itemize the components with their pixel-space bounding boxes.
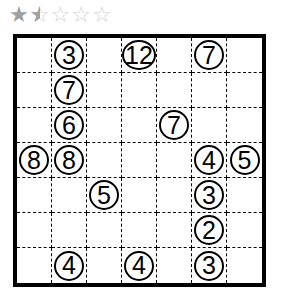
clue-circle: 12: [122, 40, 156, 70]
grid-cell-r4c4[interactable]: [157, 178, 192, 213]
grid-cell-r0c6[interactable]: [227, 38, 262, 73]
grid-cell-r4c1[interactable]: [52, 178, 87, 213]
grid-cell-r3c5: 4: [192, 143, 227, 178]
grid-cell-r5c5: 2: [192, 213, 227, 248]
grid-cell-r0c2[interactable]: [87, 38, 122, 73]
clue-circle: 5: [89, 180, 119, 210]
grid-cell-r3c6: 5: [227, 143, 262, 178]
clue-circle: 4: [124, 251, 154, 281]
star-half-icon: ☆★: [30, 4, 51, 26]
grid-cell-r6c4[interactable]: [157, 248, 192, 283]
grid-cell-r0c5: 7: [192, 38, 227, 73]
grid-cell-r5c3[interactable]: [122, 213, 157, 248]
grid-cell-r2c2[interactable]: [87, 108, 122, 143]
grid-cell-r6c1: 4: [52, 248, 87, 283]
grid-cell-r0c1: 3: [52, 38, 87, 73]
grid-cell-r5c6[interactable]: [227, 213, 262, 248]
grid-cell-r2c5[interactable]: [192, 108, 227, 143]
puzzle-grid: 31277678845532443: [17, 38, 262, 283]
clue-circle: 8: [19, 145, 49, 175]
grid-cell-r4c3[interactable]: [122, 178, 157, 213]
grid-cell-r6c6[interactable]: [227, 248, 262, 283]
grid-cell-r6c2[interactable]: [87, 248, 122, 283]
grid-cell-r3c3[interactable]: [122, 143, 157, 178]
grid-cell-r5c4[interactable]: [157, 213, 192, 248]
star-filled-icon: ★: [9, 4, 30, 26]
clue-circle: 7: [54, 75, 84, 105]
clue-circle: 7: [159, 110, 189, 140]
grid-cell-r2c1: 6: [52, 108, 87, 143]
grid-cell-r2c4: 7: [157, 108, 192, 143]
difficulty-rating: ★☆★☆☆☆: [0, 0, 282, 30]
grid-cell-r4c2: 5: [87, 178, 122, 213]
clue-circle: 2: [194, 215, 224, 245]
grid-cell-r6c3: 4: [122, 248, 157, 283]
grid-cell-r1c2[interactable]: [87, 73, 122, 108]
grid-cell-r1c4[interactable]: [157, 73, 192, 108]
grid-cell-r1c3[interactable]: [122, 73, 157, 108]
grid-cell-r3c2[interactable]: [87, 143, 122, 178]
grid-cell-r3c0: 8: [17, 143, 52, 178]
grid-cell-r1c6[interactable]: [227, 73, 262, 108]
grid-cell-r0c4[interactable]: [157, 38, 192, 73]
clue-circle: 5: [230, 145, 260, 175]
grid-cell-r0c0[interactable]: [17, 38, 52, 73]
clue-circle: 8: [54, 145, 84, 175]
grid-cell-r1c0[interactable]: [17, 73, 52, 108]
grid-cell-r4c6[interactable]: [227, 178, 262, 213]
grid-cell-r3c1: 8: [52, 143, 87, 178]
grid-cell-r6c5: 3: [192, 248, 227, 283]
grid-cell-r6c0[interactable]: [17, 248, 52, 283]
clue-circle: 3: [54, 40, 84, 70]
grid-cell-r4c5: 3: [192, 178, 227, 213]
grid-cell-r2c3[interactable]: [122, 108, 157, 143]
puzzle-board: 31277678845532443: [13, 34, 266, 287]
grid-cell-r0c3: 12: [122, 38, 157, 73]
clue-circle: 6: [54, 110, 84, 140]
grid-cell-r5c1[interactable]: [52, 213, 87, 248]
clue-circle: 4: [194, 145, 224, 175]
grid-cell-r3c4[interactable]: [157, 143, 192, 178]
clue-circle: 3: [194, 180, 224, 210]
grid-cell-r2c0[interactable]: [17, 108, 52, 143]
grid-cell-r2c6[interactable]: [227, 108, 262, 143]
grid-cell-r1c5[interactable]: [192, 73, 227, 108]
clue-circle: 7: [194, 40, 224, 70]
grid-cell-r5c2[interactable]: [87, 213, 122, 248]
star-outline-icon: ☆: [71, 4, 92, 26]
star-outline-icon: ☆: [50, 4, 71, 26]
clue-circle: 3: [194, 251, 224, 281]
clue-circle: 4: [54, 251, 84, 281]
grid-cell-r4c0[interactable]: [17, 178, 52, 213]
grid-cell-r1c1: 7: [52, 73, 87, 108]
star-outline-icon: ☆: [92, 4, 113, 26]
grid-cell-r5c0[interactable]: [17, 213, 52, 248]
